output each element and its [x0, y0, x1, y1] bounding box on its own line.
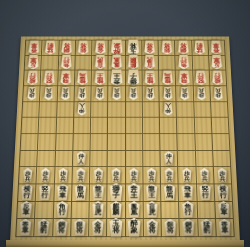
- board-cell[interactable]: [197, 202, 216, 220]
- board-cell[interactable]: 香車: [25, 40, 42, 55]
- shogi-piece-go-between[interactable]: 仲人: [76, 102, 88, 116]
- board-cell[interactable]: [177, 102, 195, 118]
- shogi-piece-dragon-horse[interactable]: 龍馬: [160, 70, 174, 85]
- board-cell[interactable]: 銅将: [180, 219, 199, 237]
- board-cell[interactable]: 歩兵: [37, 167, 55, 184]
- board-cell[interactable]: 歩兵: [74, 86, 91, 102]
- board-cell[interactable]: 仲人: [74, 102, 91, 118]
- piece-kanji: 豹: [47, 42, 54, 47]
- piece-kanji: 歩: [80, 93, 86, 98]
- board-cell[interactable]: 歩兵: [54, 167, 72, 184]
- piece-kanji: 兵: [95, 176, 101, 181]
- shogi-piece-pawn[interactable]: 歩兵: [145, 87, 156, 100]
- board-cell[interactable]: 歩兵: [159, 86, 176, 102]
- board-cell[interactable]: 歩兵: [214, 167, 232, 184]
- piece-kanji: 王: [113, 72, 120, 78]
- board-cell[interactable]: 歩兵: [91, 86, 108, 102]
- piece-kanji: 飛: [63, 78, 70, 83]
- piece-kanji: 兵: [219, 176, 225, 181]
- piece-kanji: 人: [79, 104, 85, 109]
- piece-kanji: 兵: [114, 88, 120, 93]
- board-cell[interactable]: 横行: [18, 184, 37, 201]
- piece-kanji: 車: [181, 72, 188, 77]
- board-cell[interactable]: 歩兵: [108, 86, 125, 102]
- board-cell[interactable]: 盲虎: [142, 55, 159, 70]
- board-cell[interactable]: 銀将: [162, 219, 181, 237]
- board-cell[interactable]: 角行: [58, 55, 75, 70]
- piece-kanji: 竪: [198, 78, 205, 83]
- shogi-piece-pawn[interactable]: 歩兵: [179, 87, 191, 100]
- shogi-piece-dragon-king[interactable]: 龍王: [93, 70, 107, 85]
- shogi-piece-vertical-mover[interactable]: 竪行: [37, 184, 52, 201]
- board-cell[interactable]: [55, 151, 73, 168]
- piece-kanji: 飛: [181, 78, 188, 83]
- piece-kanji: 仲: [79, 109, 85, 114]
- board-cell[interactable]: [192, 55, 209, 70]
- board-cell[interactable]: [39, 118, 57, 134]
- board-cell[interactable]: 醉象: [125, 219, 143, 237]
- board-cell[interactable]: [91, 102, 108, 118]
- shogi-piece-pawn[interactable]: 歩兵: [216, 168, 228, 183]
- piece-kanji: 将: [167, 227, 174, 233]
- board-cell[interactable]: [177, 118, 195, 134]
- board-cell[interactable]: [211, 102, 229, 118]
- piece-kanji: 反: [214, 62, 221, 67]
- board-cell[interactable]: 銅将: [59, 40, 76, 55]
- shogi-piece-go-between[interactable]: 仲人: [162, 102, 174, 116]
- board-cell[interactable]: 盲虎: [143, 202, 161, 220]
- shogi-piece-gold-general[interactable]: 金将: [90, 219, 105, 236]
- shogi-piece-ferocious-leopard[interactable]: 猛豹: [43, 40, 57, 54]
- board-cell[interactable]: 香車: [16, 219, 35, 237]
- board-cell[interactable]: 玉将: [125, 40, 142, 55]
- board-cell[interactable]: [108, 118, 125, 134]
- shogi-piece-rook[interactable]: 飛車: [177, 70, 191, 85]
- piece-kanji: 兵: [184, 176, 190, 181]
- board-cell[interactable]: 仲人: [160, 102, 177, 118]
- board-cell[interactable]: 歩兵: [142, 86, 159, 102]
- board-cell[interactable]: [57, 102, 75, 118]
- shogi-piece-blind-tiger[interactable]: 盲虎: [145, 201, 160, 218]
- board-cell[interactable]: 龍王: [92, 71, 109, 86]
- board-cell[interactable]: 反車: [17, 202, 36, 220]
- board-cell[interactable]: 歩兵: [108, 167, 126, 184]
- shogi-piece-kirin[interactable]: 麒麟: [126, 55, 140, 70]
- piece-kanji: 豹: [196, 42, 203, 47]
- board-cell[interactable]: [195, 134, 213, 150]
- board-cell[interactable]: [160, 118, 178, 134]
- board-cell[interactable]: [56, 118, 74, 134]
- board-cell[interactable]: 角行: [179, 202, 198, 220]
- shogi-piece-pawn[interactable]: 歩兵: [77, 87, 88, 100]
- shogi-piece-bishop[interactable]: 角行: [54, 201, 69, 218]
- shogi-piece-silver-general[interactable]: 銀将: [72, 219, 87, 236]
- shogi-piece-drunk-elephant[interactable]: 醉象: [109, 39, 125, 55]
- board-cell[interactable]: [125, 134, 142, 150]
- shogi-piece-vertical-mover[interactable]: 竪行: [198, 184, 213, 201]
- shogi-piece-pawn[interactable]: 歩兵: [111, 87, 122, 100]
- piece-kanji: 豹: [40, 227, 47, 233]
- board-cell[interactable]: [108, 151, 126, 168]
- shogi-piece-free-king[interactable]: 奔王: [109, 69, 125, 86]
- board-cell[interactable]: [22, 102, 40, 118]
- board-cell[interactable]: 仲人: [73, 151, 91, 168]
- board-cell[interactable]: 龍馬: [161, 184, 179, 201]
- board-cell[interactable]: 鳳凰: [125, 202, 143, 220]
- shogi-piece-lion[interactable]: 獅子: [108, 183, 125, 202]
- board-cell[interactable]: 角行: [175, 55, 192, 70]
- piece-kanji: 兵: [63, 88, 69, 93]
- piece-kanji: 豹: [203, 227, 210, 233]
- board-cell[interactable]: 反車: [25, 55, 42, 70]
- board-cell[interactable]: 歩兵: [178, 167, 196, 184]
- board-cell[interactable]: 歩兵: [23, 86, 41, 102]
- board-cell[interactable]: 金将: [89, 219, 107, 237]
- board-cell[interactable]: 歩兵: [40, 86, 58, 102]
- piece-kanji: 歩: [29, 93, 35, 98]
- shogi-piece-lion[interactable]: 獅子: [126, 69, 142, 86]
- shogi-piece-silver-general[interactable]: 銀将: [160, 40, 174, 54]
- shogi-piece-vertical-mover[interactable]: 竪行: [42, 70, 56, 85]
- piece-kanji: 車: [30, 42, 37, 47]
- shogi-piece-bishop[interactable]: 角行: [180, 201, 195, 218]
- board-cell[interactable]: [75, 55, 92, 70]
- piece-kanji: 兵: [131, 88, 137, 93]
- board-cell[interactable]: 横行: [24, 71, 42, 86]
- board-cell[interactable]: 銅将: [53, 219, 72, 237]
- shogi-piece-dragon-king[interactable]: 龍王: [144, 184, 159, 201]
- board-cell[interactable]: [56, 134, 74, 150]
- piece-kanji: 麟: [130, 57, 136, 62]
- piece-kanji: 車: [214, 57, 221, 62]
- board-cell[interactable]: [35, 202, 54, 220]
- piece-kanji: 車: [22, 210, 29, 216]
- board-cell[interactable]: [108, 134, 125, 150]
- shogi-piece-king[interactable]: 玉将: [126, 39, 142, 55]
- shogi-piece-gold-general[interactable]: 金将: [93, 40, 107, 54]
- board-cell[interactable]: 猛豹: [34, 219, 53, 237]
- shogi-piece-drunk-elephant[interactable]: 醉象: [126, 218, 143, 237]
- board-cell[interactable]: 角行: [53, 202, 71, 220]
- board-cell[interactable]: 銀将: [159, 40, 176, 55]
- shogi-piece-side-mover[interactable]: 横行: [25, 70, 40, 85]
- board-cell[interactable]: 猛豹: [42, 40, 59, 55]
- shogi-piece-reverse-chariot[interactable]: 反車: [210, 55, 224, 70]
- board-cell[interactable]: [21, 134, 39, 150]
- piece-kanji: 歩: [131, 93, 137, 98]
- board-cell[interactable]: 龍王: [142, 71, 159, 86]
- board-cell[interactable]: [159, 55, 176, 70]
- piece-kanji: 馬: [77, 192, 84, 198]
- piece-kanji: 歩: [199, 93, 205, 98]
- board-cell[interactable]: 醉象: [109, 40, 126, 55]
- board-cell[interactable]: 飛車: [176, 71, 193, 86]
- shogi-piece-copper-general[interactable]: 銅将: [54, 219, 69, 236]
- board-cell[interactable]: 歩兵: [72, 167, 90, 184]
- piece-kanji: 行: [220, 192, 227, 198]
- board-cell[interactable]: [125, 102, 142, 118]
- shogi-piece-copper-general[interactable]: 銅将: [181, 219, 196, 236]
- shogi-piece-free-king[interactable]: 奔王: [126, 183, 143, 202]
- board-cell[interactable]: 猛豹: [192, 40, 209, 55]
- piece-kanji: 横: [215, 78, 222, 83]
- board-cell[interactable]: [194, 118, 212, 134]
- board-cell[interactable]: 歩兵: [193, 86, 211, 102]
- board-cell[interactable]: 飛車: [54, 184, 72, 201]
- shogi-piece-vertical-mover[interactable]: 竪行: [194, 70, 208, 85]
- shogi-piece-phoenix[interactable]: 鳳凰: [110, 55, 124, 70]
- shogi-piece-dragon-horse[interactable]: 龍馬: [73, 184, 88, 201]
- shogi-piece-side-mover[interactable]: 横行: [19, 184, 34, 201]
- shogi-piece-pawn[interactable]: 歩兵: [43, 87, 55, 100]
- piece-kanji: 歩: [165, 93, 171, 98]
- shogi-piece-pawn[interactable]: 歩兵: [162, 87, 173, 100]
- piece-kanji: 行: [197, 72, 204, 77]
- piece-kanji: 車: [213, 42, 220, 47]
- board-cell[interactable]: [178, 151, 196, 168]
- board-cell[interactable]: [143, 134, 161, 150]
- shogi-piece-reverse-chariot[interactable]: 反車: [216, 201, 232, 218]
- piece-kanji: 兵: [29, 88, 35, 93]
- shogi-piece-pawn[interactable]: 歩兵: [213, 87, 225, 100]
- board-cell[interactable]: 金将: [92, 40, 109, 55]
- shogi-piece-copper-general[interactable]: 銅将: [176, 40, 190, 54]
- board-cell[interactable]: 竪行: [41, 71, 58, 86]
- board-cell[interactable]: 獅子: [125, 71, 142, 86]
- shogi-piece-go-between[interactable]: 仲人: [75, 151, 87, 165]
- piece-kanji: 兵: [46, 88, 52, 93]
- piece-kanji: 将: [149, 227, 156, 233]
- board-cell[interactable]: 銀将: [75, 40, 92, 55]
- board-cell[interactable]: 銅将: [175, 40, 192, 55]
- piece-kanji: 兵: [182, 88, 188, 93]
- shogi-piece-rook[interactable]: 飛車: [59, 70, 73, 85]
- shogi-piece-pawn[interactable]: 歩兵: [93, 168, 105, 183]
- board-cell[interactable]: [39, 102, 57, 118]
- shogi-piece-reverse-chariot[interactable]: 反車: [18, 201, 34, 218]
- piece-kanji: 子: [130, 72, 137, 78]
- shogi-piece-pawn[interactable]: 歩兵: [196, 87, 208, 100]
- board-cell[interactable]: [71, 202, 89, 220]
- board-cell[interactable]: [125, 151, 143, 168]
- board-cell[interactable]: 歩兵: [57, 86, 74, 102]
- piece-kanji: 竪: [46, 78, 53, 83]
- shogi-piece-bishop[interactable]: 角行: [177, 55, 191, 70]
- shogi-piece-ferocious-leopard[interactable]: 猛豹: [36, 219, 52, 236]
- shogi-piece-gold-general[interactable]: 金将: [145, 219, 160, 236]
- board-cell[interactable]: [177, 134, 195, 150]
- board-cell[interactable]: 奔王: [109, 71, 126, 86]
- board-cell[interactable]: 龍王: [143, 184, 161, 201]
- piece-kanji: 将: [163, 42, 169, 47]
- shogi-piece-pawn[interactable]: 歩兵: [110, 168, 122, 183]
- shogi-piece-lance[interactable]: 香車: [17, 219, 33, 236]
- board-cell[interactable]: [90, 151, 108, 168]
- board-cell[interactable]: 玉将: [107, 219, 125, 237]
- board-cell[interactable]: 歩兵: [161, 167, 179, 184]
- board-cell[interactable]: 龍馬: [75, 71, 92, 86]
- shogi-piece-rook[interactable]: 飛車: [55, 184, 70, 201]
- board-cell[interactable]: 竪行: [197, 184, 215, 201]
- shogi-piece-pawn[interactable]: 歩兵: [22, 168, 34, 183]
- shogi-piece-blind-tiger[interactable]: 盲虎: [143, 55, 157, 70]
- piece-kanji: 行: [46, 72, 53, 77]
- board-cell[interactable]: [213, 151, 231, 168]
- shogi-piece-copper-general[interactable]: 銅将: [60, 40, 74, 54]
- board-cell[interactable]: [21, 118, 39, 134]
- board-cell[interactable]: 歩兵: [210, 86, 228, 102]
- shogi-piece-lance[interactable]: 香車: [26, 40, 40, 54]
- board-cell[interactable]: [161, 202, 179, 220]
- shogi-piece-pawn[interactable]: 歩兵: [57, 168, 69, 183]
- board-cell[interactable]: 麒麟: [107, 202, 125, 220]
- piece-kanji: 龍: [79, 78, 86, 83]
- board-cell[interactable]: [91, 134, 109, 150]
- board-cell[interactable]: 横行: [214, 184, 233, 201]
- shogi-piece-ferocious-leopard[interactable]: 猛豹: [193, 40, 207, 54]
- piece-kanji: 歩: [46, 93, 52, 98]
- piece-kanji: 将: [112, 227, 119, 234]
- shogi-piece-silver-general[interactable]: 銀将: [163, 219, 178, 236]
- board-cell[interactable]: 香車: [216, 219, 235, 237]
- board-front-edge: [6, 240, 244, 247]
- board-cell[interactable]: [41, 55, 58, 70]
- shogi-piece-bishop[interactable]: 角行: [59, 55, 73, 70]
- piece-kanji: 行: [202, 192, 209, 198]
- board-cell[interactable]: [143, 118, 160, 134]
- piece-kanji: 兵: [97, 88, 103, 93]
- board-cell[interactable]: 盲虎: [89, 202, 107, 220]
- board-cell[interactable]: 竪行: [193, 71, 210, 86]
- shogi-piece-reverse-chariot[interactable]: 反車: [26, 55, 40, 70]
- board-cell[interactable]: [125, 118, 142, 134]
- board-cell[interactable]: [160, 134, 178, 150]
- shogi-piece-dragon-horse[interactable]: 龍馬: [162, 184, 177, 201]
- shogi-piece-pawn[interactable]: 歩兵: [181, 168, 193, 183]
- piece-kanji: 兵: [80, 88, 86, 93]
- board-cell[interactable]: 反車: [209, 55, 226, 70]
- shogi-piece-silver-general[interactable]: 銀将: [76, 40, 90, 54]
- board-cell[interactable]: [38, 134, 56, 150]
- board-cell[interactable]: 歩兵: [19, 167, 37, 184]
- board-cell[interactable]: 仲人: [160, 151, 178, 168]
- board-cell[interactable]: 反車: [215, 202, 234, 220]
- board-cell[interactable]: 盲虎: [92, 55, 109, 70]
- board-cell[interactable]: [91, 118, 108, 134]
- shogi-piece-dragon-horse[interactable]: 龍馬: [76, 70, 90, 85]
- board-cell[interactable]: 金将: [144, 219, 162, 237]
- board-cell[interactable]: 銀将: [71, 219, 90, 237]
- board-cell[interactable]: 歩兵: [196, 167, 214, 184]
- piece-kanji: 象: [113, 42, 120, 48]
- board-cell[interactable]: [143, 102, 160, 118]
- shogi-piece-pawn[interactable]: 歩兵: [75, 168, 87, 183]
- piece-kanji: 麟: [113, 210, 120, 216]
- board-cell[interactable]: [73, 134, 91, 150]
- board-cell[interactable]: 竪行: [36, 184, 54, 201]
- shogi-piece-pawn[interactable]: 歩兵: [146, 168, 158, 183]
- piece-kanji: 人: [165, 104, 171, 109]
- shogi-piece-side-mover[interactable]: 横行: [211, 70, 226, 85]
- board-cell[interactable]: 龍馬: [72, 184, 90, 201]
- piece-kanji: 虎: [149, 210, 156, 216]
- shogi-piece-ferocious-leopard[interactable]: 猛豹: [199, 219, 215, 236]
- piece-kanji: 兵: [78, 176, 84, 181]
- board-cell[interactable]: 横行: [209, 71, 227, 86]
- piece-kanji: 兵: [60, 176, 66, 181]
- shogi-piece-phoenix[interactable]: 鳳凰: [127, 201, 142, 218]
- piece-kanji: 歩: [182, 93, 188, 98]
- board-cell[interactable]: 歩兵: [143, 167, 161, 184]
- shogi-piece-pawn[interactable]: 歩兵: [199, 168, 211, 183]
- board-cell[interactable]: 飛車: [179, 184, 197, 201]
- shogi-piece-pawn[interactable]: 歩兵: [60, 87, 72, 100]
- board-cell[interactable]: [195, 151, 213, 168]
- board-cell[interactable]: [37, 151, 55, 168]
- board-cell[interactable]: 奔王: [125, 184, 143, 201]
- shogi-piece-kirin[interactable]: 麒麟: [109, 201, 124, 218]
- shogi-piece-lance[interactable]: 香車: [217, 219, 233, 236]
- board-cell[interactable]: 龍王: [90, 184, 108, 201]
- shogi-piece-pawn[interactable]: 歩兵: [128, 87, 139, 100]
- board-cell[interactable]: [20, 151, 38, 168]
- shogi-piece-rook[interactable]: 飛車: [180, 184, 195, 201]
- shogi-piece-lance[interactable]: 香車: [209, 40, 223, 54]
- piece-kanji: 麒: [130, 62, 136, 67]
- shogi-piece-gold-general[interactable]: 金将: [143, 40, 157, 54]
- shogi-piece-blind-tiger[interactable]: 盲虎: [93, 55, 107, 70]
- piece-kanji: 車: [184, 192, 191, 198]
- board-cell[interactable]: [211, 118, 229, 134]
- piece-kanji: 歩: [114, 93, 120, 98]
- shogi-piece-go-between[interactable]: 仲人: [163, 151, 175, 165]
- board-cell[interactable]: 香車: [208, 40, 225, 55]
- shogi-piece-pawn[interactable]: 歩兵: [26, 87, 38, 100]
- board-cell[interactable]: 歩兵: [125, 86, 142, 102]
- shogi-piece-dragon-king[interactable]: 龍王: [91, 184, 106, 201]
- shogi-piece-king[interactable]: 玉将: [107, 218, 124, 237]
- board-cell[interactable]: [194, 102, 212, 118]
- shogi-piece-blind-tiger[interactable]: 盲虎: [91, 201, 106, 218]
- board-cell[interactable]: 歩兵: [125, 167, 143, 184]
- board-cell[interactable]: 歩兵: [176, 86, 193, 102]
- shogi-piece-pawn[interactable]: 歩兵: [163, 168, 175, 183]
- piece-kanji: 子: [112, 192, 119, 198]
- shogi-piece-pawn[interactable]: 歩兵: [128, 168, 140, 183]
- piece-kanji: 横: [29, 78, 36, 83]
- piece-kanji: 将: [147, 42, 153, 47]
- board-cell[interactable]: [108, 102, 125, 118]
- board-cell[interactable]: 猛豹: [198, 219, 217, 237]
- shogi-piece-dragon-king[interactable]: 龍王: [143, 70, 157, 85]
- piece-kanji: 将: [80, 42, 86, 47]
- board-cell[interactable]: 歩兵: [90, 167, 108, 184]
- piece-kanji: 王: [95, 192, 102, 198]
- board-cell[interactable]: 龍馬: [159, 71, 176, 86]
- shogi-piece-side-mover[interactable]: 横行: [215, 184, 230, 201]
- shogi-piece-pawn[interactable]: 歩兵: [94, 87, 105, 100]
- board-cell[interactable]: [73, 118, 91, 134]
- board-cell[interactable]: [143, 151, 161, 168]
- shogi-piece-pawn[interactable]: 歩兵: [39, 168, 51, 183]
- board-grid: 香車猛豹銅将銀将金将醉象玉将金将銀将銅将猛豹香車反車角行盲虎鳳凰麒麟盲虎角行反車…: [15, 40, 235, 237]
- piece-kanji: 龍: [96, 78, 103, 83]
- board-cell[interactable]: [212, 134, 230, 150]
- piece-kanji: 龍: [147, 78, 154, 83]
- board-cell[interactable]: 金将: [142, 40, 159, 55]
- board-cell[interactable]: 獅子: [108, 184, 126, 201]
- board-cell[interactable]: 飛車: [58, 71, 75, 86]
